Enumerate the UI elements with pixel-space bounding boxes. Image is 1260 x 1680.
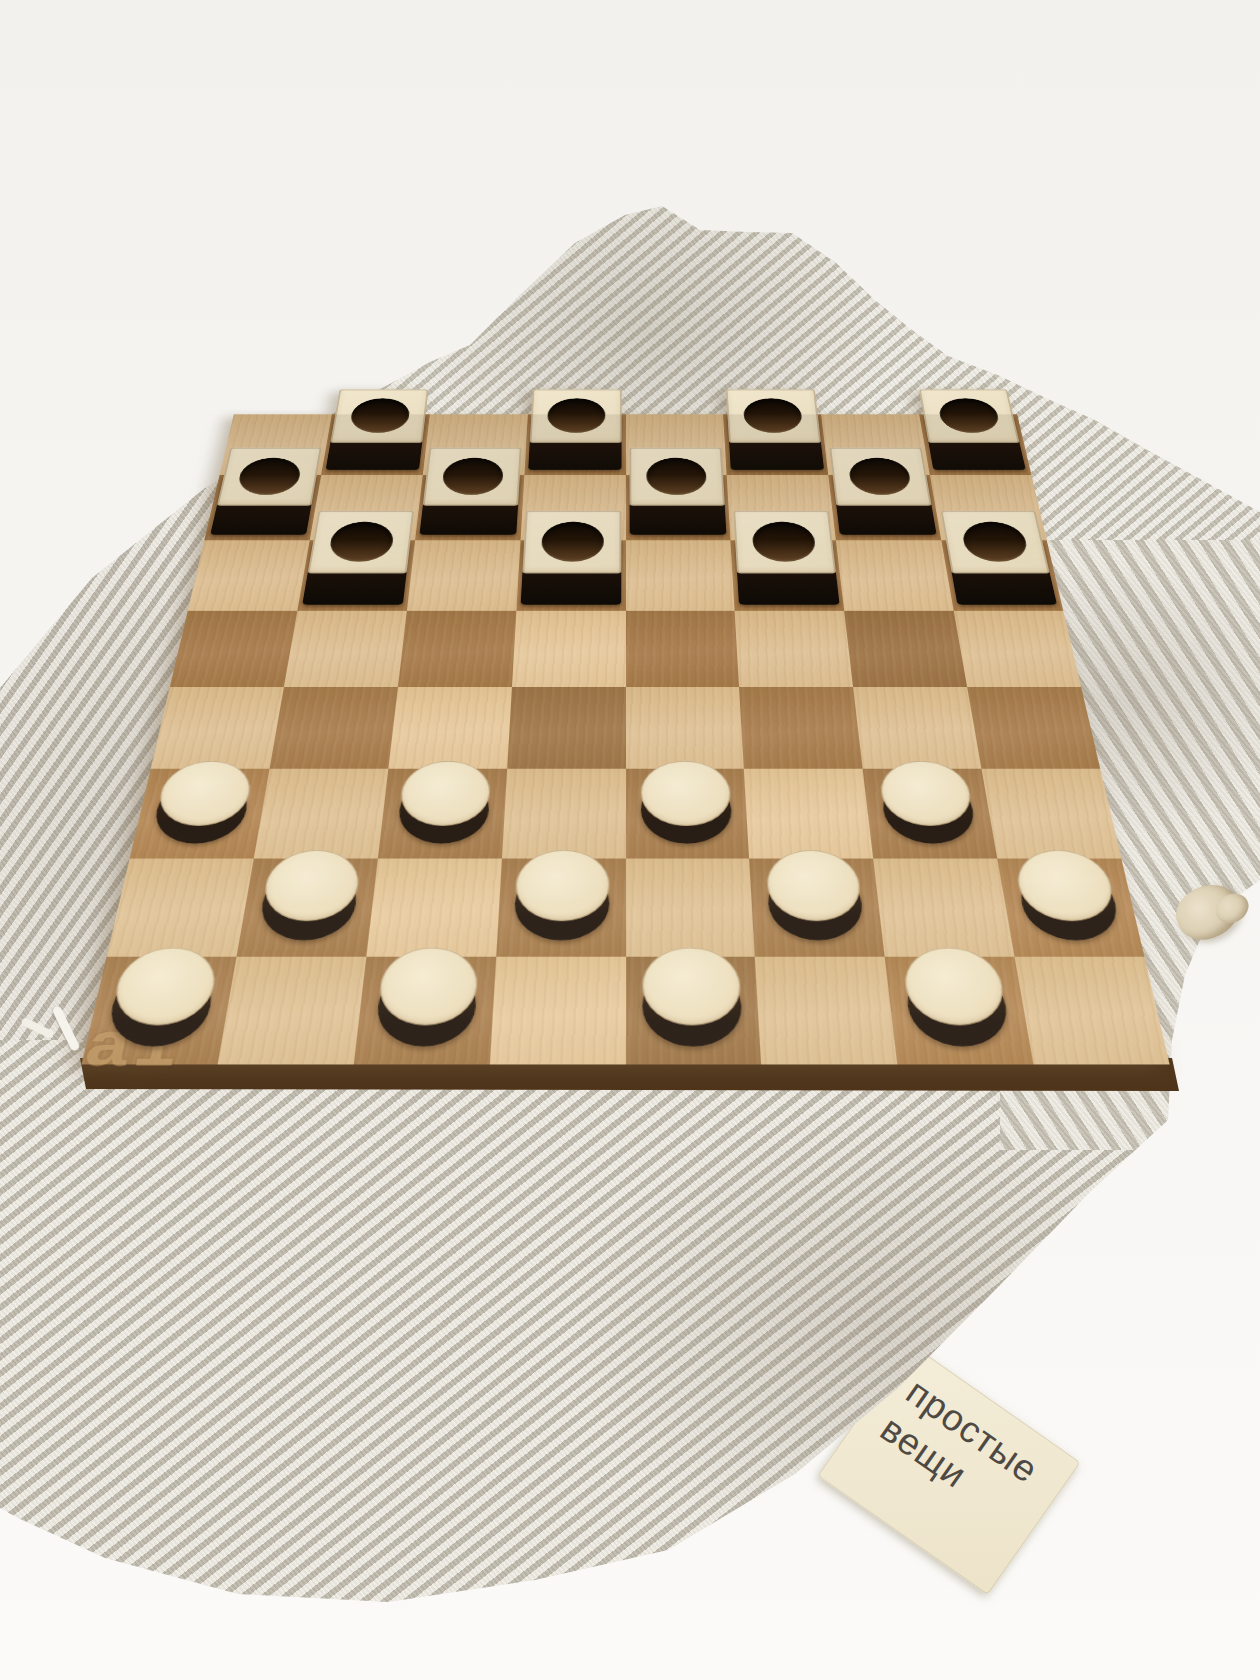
ring-piece-b6[interactable] bbox=[297, 540, 415, 610]
square-h5[interactable] bbox=[954, 610, 1081, 686]
square-f1[interactable] bbox=[755, 957, 897, 1065]
ring-top-face bbox=[829, 448, 931, 506]
square-e5[interactable] bbox=[626, 610, 740, 686]
ring-piece-h6[interactable] bbox=[941, 540, 1063, 610]
disc-piece-h2[interactable] bbox=[997, 859, 1144, 957]
square-a2[interactable] bbox=[107, 859, 254, 957]
square-g2[interactable] bbox=[873, 859, 1014, 957]
square-a5[interactable] bbox=[170, 610, 297, 686]
ring-piece-a7[interactable] bbox=[204, 475, 321, 540]
disc-piece-g1[interactable] bbox=[885, 957, 1034, 1065]
ring-top-face bbox=[331, 389, 429, 443]
square-f4[interactable] bbox=[739, 687, 863, 769]
ring-hole bbox=[541, 522, 604, 562]
square-g6[interactable] bbox=[836, 540, 954, 610]
ring-top-face bbox=[629, 448, 724, 506]
square-d1[interactable] bbox=[489, 957, 625, 1065]
square-c4[interactable] bbox=[388, 687, 512, 769]
ring-hole bbox=[646, 458, 707, 495]
ring-piece-h8[interactable] bbox=[919, 414, 1031, 475]
square-b5[interactable] bbox=[284, 610, 407, 686]
square-f5[interactable] bbox=[735, 610, 853, 686]
ring-hole bbox=[349, 399, 412, 434]
ring-hole bbox=[236, 458, 303, 495]
disc-piece-f2[interactable] bbox=[749, 859, 884, 957]
ring-top-face bbox=[726, 389, 821, 443]
ring-hole bbox=[960, 522, 1030, 562]
ring-top-face bbox=[919, 389, 1020, 443]
square-d3[interactable] bbox=[502, 769, 626, 859]
square-f3[interactable] bbox=[744, 769, 873, 859]
ring-hole bbox=[547, 399, 606, 434]
ring-hole bbox=[751, 522, 817, 562]
disc-piece-d2[interactable] bbox=[496, 859, 626, 957]
square-b3[interactable] bbox=[254, 769, 388, 859]
disc-piece-e3[interactable] bbox=[626, 769, 750, 859]
ring-piece-c7[interactable] bbox=[415, 475, 524, 540]
ring-top-face bbox=[308, 511, 414, 573]
ring-top-face bbox=[733, 511, 835, 573]
ring-piece-f8[interactable] bbox=[723, 414, 828, 475]
square-c6[interactable] bbox=[407, 540, 521, 610]
square-h1[interactable] bbox=[1015, 957, 1170, 1065]
square-c2[interactable] bbox=[366, 859, 501, 957]
ring-hole bbox=[847, 458, 912, 495]
disc-piece-a1[interactable] bbox=[81, 957, 236, 1065]
checkers-board: a1 bbox=[81, 414, 1169, 1064]
ring-piece-e7[interactable] bbox=[626, 475, 731, 540]
ring-hole bbox=[936, 399, 1001, 434]
ring-piece-f6[interactable] bbox=[731, 540, 845, 610]
ring-piece-d8[interactable] bbox=[524, 414, 625, 475]
square-c5[interactable] bbox=[398, 610, 516, 686]
disc-piece-e1[interactable] bbox=[626, 957, 762, 1065]
square-g5[interactable] bbox=[844, 610, 967, 686]
square-g4[interactable] bbox=[853, 687, 981, 769]
ring-top-face bbox=[523, 511, 622, 573]
square-d4[interactable] bbox=[507, 687, 626, 769]
ring-hole bbox=[328, 522, 396, 562]
square-e2[interactable] bbox=[626, 859, 756, 957]
disc-piece-g3[interactable] bbox=[863, 769, 997, 859]
disc-piece-c1[interactable] bbox=[353, 957, 495, 1065]
square-h3[interactable] bbox=[982, 769, 1122, 859]
square-e4[interactable] bbox=[626, 687, 745, 769]
ring-top-face bbox=[530, 389, 622, 443]
square-a4[interactable] bbox=[151, 687, 284, 769]
disc-piece-a3[interactable] bbox=[130, 769, 270, 859]
ring-top-face bbox=[423, 448, 522, 506]
ring-top-face bbox=[216, 448, 321, 506]
square-b4[interactable] bbox=[269, 687, 397, 769]
square-b1[interactable] bbox=[217, 957, 366, 1065]
ring-piece-g7[interactable] bbox=[828, 475, 941, 540]
square-e6[interactable] bbox=[626, 540, 735, 610]
square-a6[interactable] bbox=[188, 540, 310, 610]
disc-piece-c3[interactable] bbox=[378, 769, 507, 859]
square-h4[interactable] bbox=[967, 687, 1100, 769]
ring-top-face bbox=[940, 511, 1050, 573]
scene: простые вещи a1 bbox=[0, 0, 1260, 1680]
square-d5[interactable] bbox=[512, 610, 626, 686]
ring-piece-b8[interactable] bbox=[321, 414, 430, 475]
ring-hole bbox=[441, 458, 504, 495]
disc-piece-b2[interactable] bbox=[236, 859, 377, 957]
ring-hole bbox=[742, 399, 803, 434]
ring-piece-d6[interactable] bbox=[516, 540, 625, 610]
